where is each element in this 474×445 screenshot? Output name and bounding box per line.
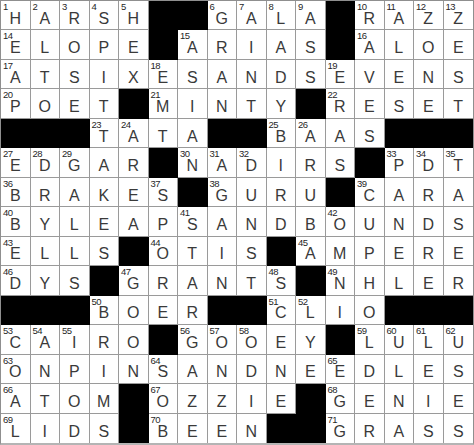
cell-r12c5[interactable]: O [119, 325, 149, 354]
cell-r13c9[interactable]: D [237, 355, 267, 384]
cell-r13c16[interactable]: S [444, 355, 474, 384]
cell-r8c16[interactable]: S [444, 207, 474, 236]
cell-r10c15[interactable]: E [414, 266, 444, 295]
cell-r15c15[interactable]: S [414, 414, 444, 443]
cell-r15c12[interactable]: 71G [326, 414, 356, 443]
cell-r9c16[interactable]: E [444, 237, 474, 266]
black-cell-r5c3 [60, 119, 90, 148]
cell-r12c14[interactable]: 60U [385, 325, 415, 354]
cell-letter-r7c16: A [444, 185, 474, 206]
cell-letter-r11c6: E [149, 303, 178, 324]
cell-r8c3[interactable]: L [60, 207, 90, 236]
cell-letter-r12c10: E [267, 332, 296, 353]
black-cell-r5c16 [444, 119, 474, 148]
cell-letter-r9c15: R [414, 244, 443, 265]
cell-r13c7[interactable]: A [178, 355, 208, 384]
cell-letter-r11c12: I [326, 303, 355, 324]
cell-letter-r8c2: Y [31, 214, 60, 235]
cell-letter-r6c11: R [296, 155, 325, 176]
cell-r13c11[interactable]: E [296, 355, 326, 384]
black-cell-r9c5 [119, 237, 149, 266]
cell-r6c15[interactable]: 34D [414, 148, 444, 177]
cell-letter-r9c1: E [1, 244, 30, 265]
cell-r5c7[interactable]: A [178, 119, 208, 148]
cell-r11c5[interactable]: O [119, 296, 149, 325]
cell-r8c11[interactable]: B [296, 207, 326, 236]
black-cell-r5c9 [237, 119, 267, 148]
cell-r2c8[interactable]: R [208, 30, 238, 59]
cell-r2c10[interactable]: A [267, 30, 297, 59]
cell-letter-r7c15: R [414, 185, 443, 206]
cell-r7c4[interactable]: K [90, 178, 120, 207]
cell-r15c9[interactable]: N [237, 414, 267, 443]
cell-letter-r12c9: O [237, 332, 266, 353]
cell-r3c3[interactable]: S [60, 60, 90, 89]
cell-r10c14[interactable]: L [385, 266, 415, 295]
cell-r8c8[interactable]: A [208, 207, 238, 236]
cell-r3c4[interactable]: I [90, 60, 120, 89]
cell-r12c4[interactable]: R [90, 325, 120, 354]
cell-r11c4[interactable]: 50B [90, 296, 120, 325]
cell-r2c4[interactable]: P [90, 30, 120, 59]
cell-r5c11[interactable]: 26A [296, 119, 326, 148]
cell-r5c4[interactable]: 23T [90, 119, 120, 148]
cell-r10c6[interactable]: R [149, 266, 179, 295]
cell-r11c13[interactable]: O [355, 296, 385, 325]
cell-letter-r3c8: A [208, 67, 237, 88]
cell-letter-r4c10: Y [267, 96, 296, 117]
black-cell-r5c1 [1, 119, 31, 148]
cell-r6c8[interactable]: 31A [208, 148, 238, 177]
cell-r9c9[interactable]: S [237, 237, 267, 266]
cell-r2c2[interactable]: L [31, 30, 61, 59]
cell-r8c4[interactable]: E [90, 207, 120, 236]
cell-r4c10[interactable]: Y [267, 89, 297, 118]
cell-letter-r15c9: N [237, 421, 266, 443]
cell-r1c2[interactable]: 2A [31, 1, 61, 30]
cell-r6c2[interactable]: 28D [31, 148, 61, 177]
cell-r14c4[interactable]: M [90, 384, 120, 413]
cell-letter-r3c7: S [178, 67, 207, 88]
cell-letter-r9c2: L [31, 244, 60, 265]
cell-r7c14[interactable]: A [385, 178, 415, 207]
cell-r7c10[interactable]: R [267, 178, 297, 207]
black-cell-r1c7 [178, 1, 208, 30]
cell-r1c9[interactable]: 7A [237, 1, 267, 30]
cell-letter-r8c13: U [355, 214, 384, 235]
cell-r14c12[interactable]: 68G [326, 384, 356, 413]
cell-r13c3[interactable]: P [60, 355, 90, 384]
cell-r6c14[interactable]: 33P [385, 148, 415, 177]
cell-letter-r4c14: S [385, 96, 414, 117]
cell-r1c5[interactable]: 5H [119, 1, 149, 30]
cell-r14c9[interactable]: I [237, 384, 267, 413]
cell-letter-r2c15: O [414, 37, 443, 58]
cell-r13c2[interactable]: N [31, 355, 61, 384]
cell-r15c7[interactable]: E [178, 414, 208, 443]
cell-r1c10[interactable]: 8L [267, 1, 297, 30]
cell-r12c15[interactable]: 61L [414, 325, 444, 354]
cell-r3c9[interactable]: N [237, 60, 267, 89]
cell-letter-r14c13: E [355, 391, 384, 412]
cell-r8c13[interactable]: U [355, 207, 385, 236]
cell-r3c8[interactable]: A [208, 60, 238, 89]
cell-r8c6[interactable]: P [149, 207, 179, 236]
cell-r5c5[interactable]: 24A [119, 119, 149, 148]
cell-r4c15[interactable]: E [414, 89, 444, 118]
cell-r4c16[interactable]: T [444, 89, 474, 118]
cell-letter-r4c15: E [414, 96, 443, 117]
cell-r13c10[interactable]: N [267, 355, 297, 384]
cell-r15c14[interactable]: A [385, 414, 415, 443]
cell-r2c13[interactable]: 16A [355, 30, 385, 59]
cell-r2c1[interactable]: 14E [1, 30, 31, 59]
cell-r4c3[interactable]: E [60, 89, 90, 118]
cell-r7c13[interactable]: 39C [355, 178, 385, 207]
cell-letter-r10c9: T [237, 273, 266, 294]
cell-r5c12[interactable]: A [326, 119, 356, 148]
cell-r14c14[interactable]: N [385, 384, 415, 413]
cell-r2c15[interactable]: O [414, 30, 444, 59]
cell-r3c10[interactable]: D [267, 60, 297, 89]
cell-r15c2[interactable]: I [31, 414, 61, 443]
cell-r13c6[interactable]: 64S [149, 355, 179, 384]
cell-r13c13[interactable]: D [355, 355, 385, 384]
cell-letter-r1c5: H [119, 8, 148, 29]
cell-r9c2[interactable]: L [31, 237, 61, 266]
cell-r2c9[interactable]: I [237, 30, 267, 59]
black-cell-r9c10 [267, 237, 297, 266]
cell-r14c13[interactable]: E [355, 384, 385, 413]
cell-r5c10[interactable]: 25B [267, 119, 297, 148]
cell-letter-r4c1: P [1, 96, 30, 117]
cell-r14c6[interactable]: 67O [149, 384, 179, 413]
cell-letter-r3c3: S [60, 67, 89, 88]
cell-r1c14[interactable]: 11A [385, 1, 415, 30]
cell-letter-r11c10: C [267, 303, 296, 324]
cell-letter-r13c13: D [355, 362, 384, 383]
cell-r14c3[interactable]: O [60, 384, 90, 413]
cell-r14c8[interactable]: Z [208, 384, 238, 413]
cell-letter-r1c10: L [267, 8, 296, 29]
cell-letter-r12c11: Y [296, 332, 325, 353]
cell-r14c10[interactable]: E [267, 384, 297, 413]
cell-r15c16[interactable]: S [444, 414, 474, 443]
cell-r12c3[interactable]: 55I [60, 325, 90, 354]
cell-r1c13[interactable]: 10R [355, 1, 385, 30]
cell-r13c12[interactable]: 65E [326, 355, 356, 384]
cell-r9c14[interactable]: E [385, 237, 415, 266]
cell-r7c1[interactable]: 36B [1, 178, 31, 207]
black-cell-r7c7 [178, 178, 208, 207]
cell-r9c6[interactable]: 44O [149, 237, 179, 266]
cell-r6c4[interactable]: A [90, 148, 120, 177]
cell-r3c1[interactable]: 17A [1, 60, 31, 89]
cell-letter-r1c2: A [31, 8, 60, 29]
cell-r10c7[interactable]: A [178, 266, 208, 295]
cell-r7c16[interactable]: A [444, 178, 474, 207]
cell-r11c10[interactable]: 51C [267, 296, 297, 325]
cell-letter-r12c13: L [355, 332, 384, 353]
cell-letter-r12c3: I [60, 332, 89, 353]
cell-r4c2[interactable]: O [31, 89, 61, 118]
cell-r10c1[interactable]: 46D [1, 266, 31, 295]
cell-r1c16[interactable]: 13Z [444, 1, 474, 30]
cell-r15c6[interactable]: 70B [149, 414, 179, 443]
cell-letter-r13c16: S [444, 362, 474, 383]
cell-r8c5[interactable]: A [119, 207, 149, 236]
cell-letter-r9c7: T [178, 244, 207, 265]
cell-r3c5[interactable]: X [119, 60, 149, 89]
cell-letter-r2c13: A [355, 37, 384, 58]
cell-letter-r6c10: I [267, 155, 296, 176]
cell-r1c8[interactable]: 6G [208, 1, 238, 30]
cell-r13c4[interactable]: I [90, 355, 120, 384]
cell-letter-r11c5: O [119, 303, 148, 324]
black-cell-r15c10 [267, 414, 297, 443]
cell-r8c2[interactable]: Y [31, 207, 61, 236]
cell-r15c13[interactable]: R [355, 414, 385, 443]
cell-r3c12[interactable]: 19E [326, 60, 356, 89]
cell-letter-r1c15: Z [414, 8, 443, 29]
cell-letter-r15c12: G [326, 421, 355, 443]
cell-r14c2[interactable]: T [31, 384, 61, 413]
cell-r13c8[interactable]: N [208, 355, 238, 384]
cell-r4c12[interactable]: 22R [326, 89, 356, 118]
cell-r14c1[interactable]: 66A [1, 384, 31, 413]
cell-r13c14[interactable]: L [385, 355, 415, 384]
cell-r6c5[interactable]: R [119, 148, 149, 177]
cell-letter-r6c5: R [119, 155, 148, 176]
black-cell-r5c2 [31, 119, 61, 148]
cell-r7c9[interactable]: U [237, 178, 267, 207]
cell-r5c13[interactable]: S [355, 119, 385, 148]
black-cell-r11c8 [208, 296, 238, 325]
cell-r7c8[interactable]: 38G [208, 178, 238, 207]
cell-r5c6[interactable]: T [149, 119, 179, 148]
cell-r7c2[interactable]: R [31, 178, 61, 207]
cell-r7c15[interactable]: R [414, 178, 444, 207]
cell-r6c11[interactable]: R [296, 148, 326, 177]
cell-r2c11[interactable]: S [296, 30, 326, 59]
cell-r10c3[interactable]: S [60, 266, 90, 295]
cell-r12c1[interactable]: 53C [1, 325, 31, 354]
cell-r9c8[interactable]: I [208, 237, 238, 266]
cell-r6c10[interactable]: I [267, 148, 297, 177]
cell-r15c4[interactable]: S [90, 414, 120, 443]
cell-r12c13[interactable]: 59L [355, 325, 385, 354]
cell-r8c10[interactable]: D [267, 207, 297, 236]
cell-r12c10[interactable]: E [267, 325, 297, 354]
cell-letter-r1c16: Z [444, 8, 474, 29]
cell-r4c14[interactable]: S [385, 89, 415, 118]
cell-letter-r15c2: I [31, 421, 60, 443]
cell-r12c11[interactable]: Y [296, 325, 326, 354]
cell-letter-r12c15: L [414, 332, 443, 353]
cell-r8c1[interactable]: 40B [1, 207, 31, 236]
cell-r1c15[interactable]: 12Z [414, 1, 444, 30]
cell-r14c16[interactable]: E [444, 384, 474, 413]
cell-r2c16[interactable]: E [444, 30, 474, 59]
cell-r4c8[interactable]: N [208, 89, 238, 118]
cell-letter-r4c12: R [326, 96, 355, 117]
cell-letter-r8c15: D [414, 214, 443, 235]
cell-r7c6[interactable]: 37S [149, 178, 179, 207]
cell-r2c5[interactable]: E [119, 30, 149, 59]
cell-letter-r5c4: T [90, 126, 119, 147]
cell-letter-r13c10: N [267, 362, 296, 383]
cell-letter-r12c7: G [178, 332, 207, 353]
cell-r1c1[interactable]: 1H [1, 1, 31, 30]
cell-letter-r9c9: S [237, 244, 266, 265]
cell-r8c14[interactable]: N [385, 207, 415, 236]
cell-r10c13[interactable]: H [355, 266, 385, 295]
cell-r1c4[interactable]: 4S [90, 1, 120, 30]
cell-r1c11[interactable]: 9A [296, 1, 326, 30]
cell-letter-r11c4: B [90, 303, 119, 324]
cell-r3c16[interactable]: S [444, 60, 474, 89]
cell-r11c7[interactable]: R [178, 296, 208, 325]
cell-letter-r2c3: O [60, 37, 89, 58]
cell-letter-r2c2: L [31, 37, 60, 58]
cell-letter-r1c3: R [60, 8, 89, 29]
cell-r2c3[interactable]: O [60, 30, 90, 59]
cell-letter-r15c4: S [90, 421, 119, 443]
cell-letter-r5c6: T [149, 126, 178, 147]
cell-r8c7[interactable]: 41S [178, 207, 208, 236]
cell-r12c8[interactable]: 57O [208, 325, 238, 354]
cell-r14c7[interactable]: Z [178, 384, 208, 413]
cell-letter-r14c2: T [31, 391, 60, 412]
cell-letter-r12c2: A [31, 332, 60, 353]
cell-letter-r8c7: S [178, 214, 207, 235]
cell-r9c7[interactable]: T [178, 237, 208, 266]
cell-letter-r1c9: A [237, 8, 266, 29]
cell-r6c12[interactable]: S [326, 148, 356, 177]
cell-letter-r2c7: A [178, 37, 207, 58]
cell-r4c9[interactable]: T [237, 89, 267, 118]
cell-letter-r4c9: T [237, 96, 266, 117]
cell-r3c15[interactable]: N [414, 60, 444, 89]
cell-r9c1[interactable]: 43E [1, 237, 31, 266]
cell-r2c14[interactable]: L [385, 30, 415, 59]
cell-r10c10[interactable]: 48S [267, 266, 297, 295]
cell-letter-r15c15: S [414, 421, 443, 443]
cell-r3c14[interactable]: E [385, 60, 415, 89]
black-cell-r5c8 [208, 119, 238, 148]
cell-r3c6[interactable]: 18E [149, 60, 179, 89]
cell-r3c7[interactable]: S [178, 60, 208, 89]
cell-r13c5[interactable]: N [119, 355, 149, 384]
cell-r10c9[interactable]: T [237, 266, 267, 295]
cell-r4c4[interactable]: T [90, 89, 120, 118]
cell-r15c1[interactable]: 69L [1, 414, 31, 443]
cell-letter-r3c13: V [355, 67, 384, 88]
cell-r9c12[interactable]: M [326, 237, 356, 266]
cell-r9c4[interactable]: S [90, 237, 120, 266]
cell-r11c6[interactable]: E [149, 296, 179, 325]
cell-letter-r3c1: A [1, 67, 30, 88]
black-cell-r4c11 [296, 89, 326, 118]
cell-letter-r13c15: E [414, 362, 443, 383]
cell-letter-r14c16: E [444, 391, 474, 412]
cell-r14c15[interactable]: I [414, 384, 444, 413]
cell-r6c3[interactable]: 29G [60, 148, 90, 177]
cell-r4c13[interactable]: E [355, 89, 385, 118]
cell-r10c8[interactable]: N [208, 266, 238, 295]
black-cell-r11c16 [444, 296, 474, 325]
cell-r12c7[interactable]: 56G [178, 325, 208, 354]
cell-r1c3[interactable]: 3R [60, 1, 90, 30]
cell-r10c5[interactable]: 47G [119, 266, 149, 295]
black-cell-r15c5 [119, 414, 149, 443]
cell-r3c13[interactable]: V [355, 60, 385, 89]
cell-r15c8[interactable]: E [208, 414, 238, 443]
cell-r13c15[interactable]: E [414, 355, 444, 384]
cell-r10c12[interactable]: 49N [326, 266, 356, 295]
cell-r6c9[interactable]: 32D [237, 148, 267, 177]
cell-r7c5[interactable]: E [119, 178, 149, 207]
cell-letter-r11c7: R [178, 303, 207, 324]
cell-letter-r7c11: U [296, 185, 325, 206]
cell-letter-r4c4: T [90, 96, 119, 117]
cell-r6c16[interactable]: 35T [444, 148, 474, 177]
cell-letter-r9c11: A [296, 244, 325, 265]
cell-r10c2[interactable]: Y [31, 266, 61, 295]
cell-r13c1[interactable]: 63O [1, 355, 31, 384]
cell-letter-r10c10: S [267, 273, 296, 294]
cell-r12c16[interactable]: 62U [444, 325, 474, 354]
cell-letter-r1c13: R [355, 8, 384, 29]
cell-letter-r10c14: L [385, 273, 414, 294]
cell-letter-r4c7: I [178, 96, 207, 117]
cell-r8c9[interactable]: N [237, 207, 267, 236]
cell-r6c1[interactable]: 27E [1, 148, 31, 177]
cell-r11c12[interactable]: I [326, 296, 356, 325]
cell-r2c7[interactable]: 15A [178, 30, 208, 59]
cell-r9c13[interactable]: P [355, 237, 385, 266]
cell-r8c12[interactable]: 42O [326, 207, 356, 236]
cell-letter-r3c9: N [237, 67, 266, 88]
cell-r7c11[interactable]: U [296, 178, 326, 207]
cell-letter-r15c13: R [355, 421, 384, 443]
cell-r9c3[interactable]: L [60, 237, 90, 266]
cell-letter-r4c3: E [60, 96, 89, 117]
cell-r4c7[interactable]: I [178, 89, 208, 118]
cell-letter-r14c12: G [326, 391, 355, 412]
cell-r9c11[interactable]: 45A [296, 237, 326, 266]
cell-letter-r1c11: A [296, 8, 325, 29]
cell-r12c2[interactable]: 54A [31, 325, 61, 354]
cell-letter-r15c8: E [208, 421, 237, 443]
cell-r3c11[interactable]: S [296, 60, 326, 89]
cell-r7c3[interactable]: A [60, 178, 90, 207]
cell-r8c15[interactable]: D [414, 207, 444, 236]
cell-r3c2[interactable]: T [31, 60, 61, 89]
cell-r9c15[interactable]: R [414, 237, 444, 266]
black-cell-r2c6 [149, 30, 179, 59]
cell-r15c3[interactable]: D [60, 414, 90, 443]
cell-r10c16[interactable]: R [444, 266, 474, 295]
cell-letter-r6c7: N [178, 155, 207, 176]
cell-letter-r9c4: S [90, 244, 119, 265]
cell-r4c6[interactable]: 21M [149, 89, 179, 118]
cell-r4c1[interactable]: 20P [1, 89, 31, 118]
black-cell-r15c11 [296, 414, 326, 443]
cell-r12c9[interactable]: 58O [237, 325, 267, 354]
cell-r6c7[interactable]: 30N [178, 148, 208, 177]
cell-r11c11[interactable]: 52L [296, 296, 326, 325]
